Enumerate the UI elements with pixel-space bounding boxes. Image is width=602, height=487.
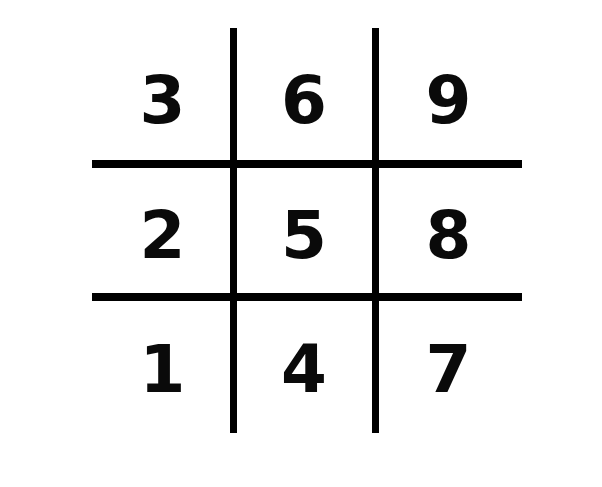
cell-number: 8 [426,203,472,269]
cell-number: 4 [281,337,327,403]
cell-number: 2 [140,203,186,269]
cell-7[interactable]: 7 [375,298,522,433]
cell-6[interactable]: 6 [233,28,375,164]
grid-line-horizontal-upper [92,160,522,168]
cell-4[interactable]: 4 [233,298,375,433]
cell-3[interactable]: 3 [92,28,233,164]
cell-9[interactable]: 9 [375,28,522,164]
cell-2[interactable]: 2 [92,164,233,298]
cell-number: 7 [426,337,472,403]
cell-8[interactable]: 8 [375,164,522,298]
cell-number: 5 [281,203,327,269]
tic-tac-toe-diagram: 3 6 9 2 5 8 1 4 7 [0,0,602,487]
cell-number: 6 [281,68,327,134]
grid-line-horizontal-lower [92,293,522,301]
cell-1[interactable]: 1 [92,298,233,433]
cell-number: 1 [140,337,186,403]
cell-number: 9 [426,68,472,134]
cell-grid: 3 6 9 2 5 8 1 4 7 [92,28,522,433]
cell-number: 3 [140,68,186,134]
grid-line-vertical-right [372,28,379,433]
grid-line-vertical-left [230,28,237,433]
tic-tac-toe-board: 3 6 9 2 5 8 1 4 7 [0,0,602,487]
cell-5[interactable]: 5 [233,164,375,298]
